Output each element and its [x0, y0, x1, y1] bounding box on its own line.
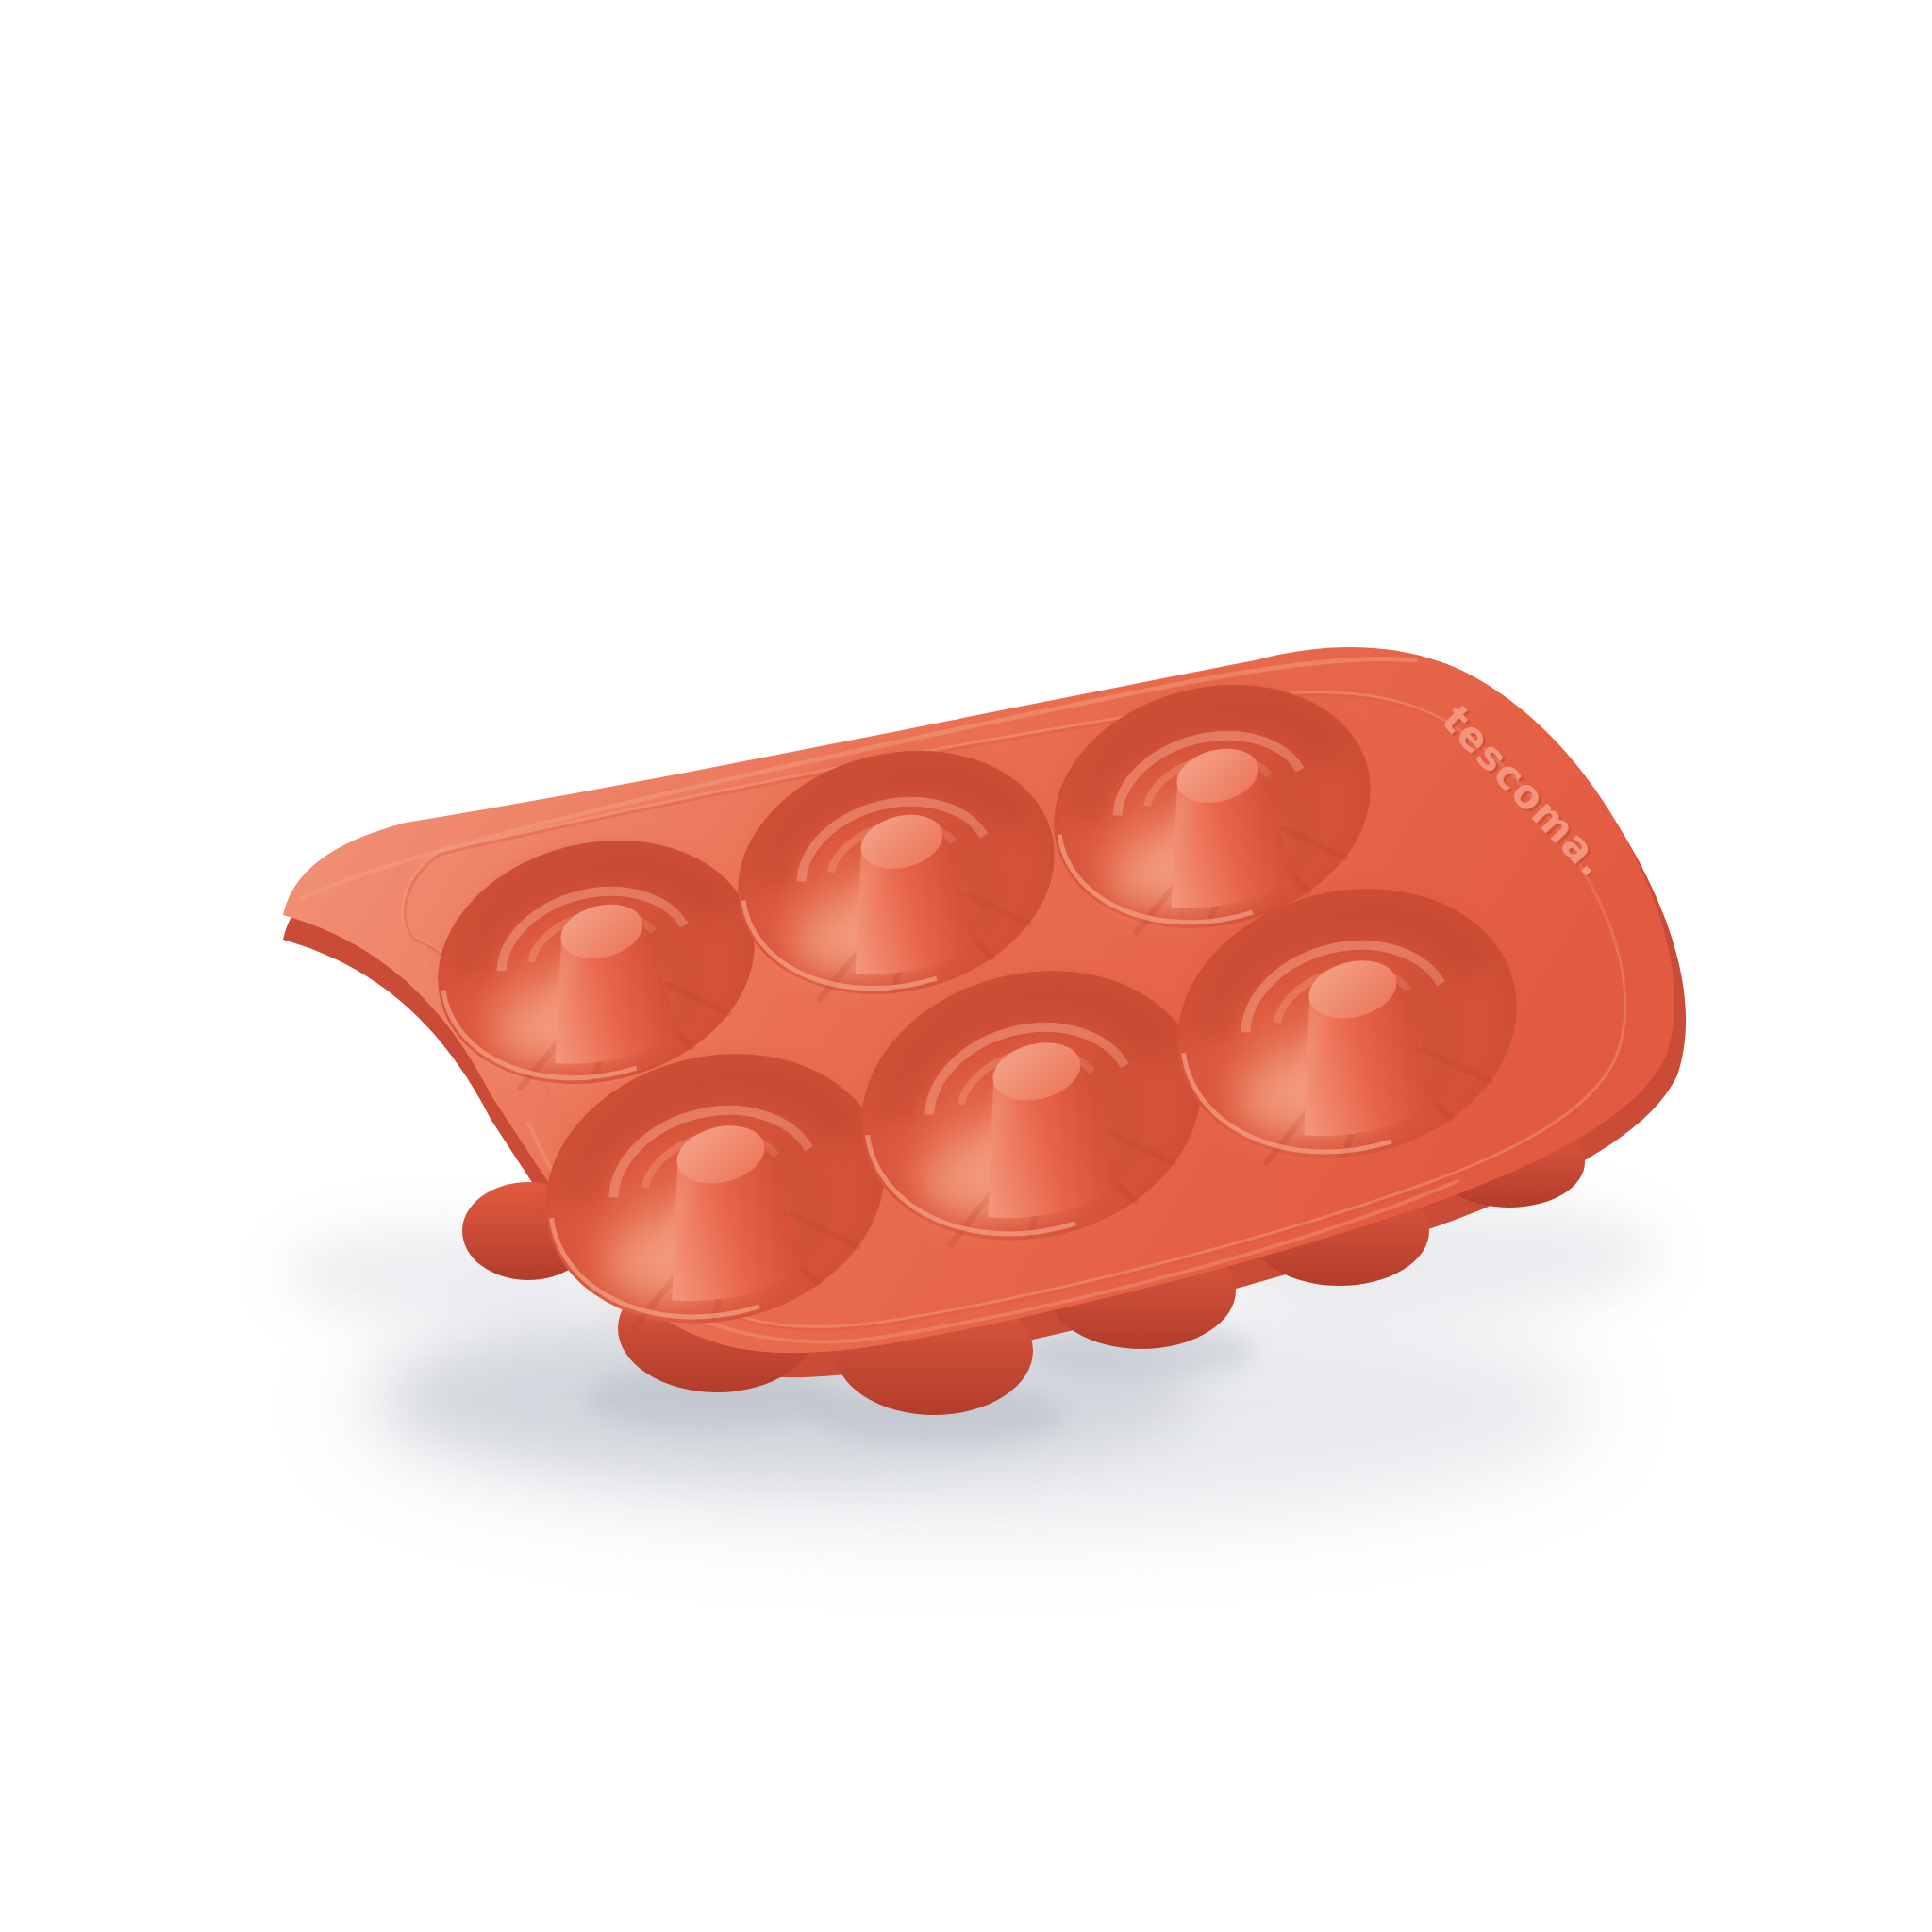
- mould-scene: tescoma. tescoma.: [0, 0, 1932, 1932]
- product-photo: tescoma. tescoma.: [0, 0, 1932, 1932]
